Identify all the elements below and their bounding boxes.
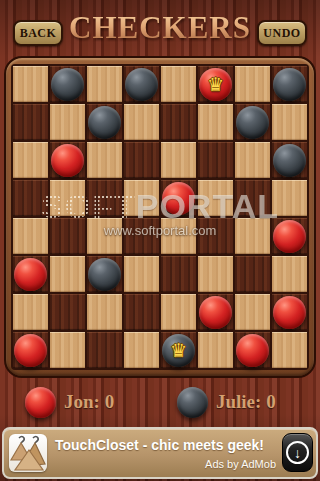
board-square[interactable] <box>124 104 159 140</box>
board-square[interactable] <box>124 142 159 178</box>
dark-checker[interactable] <box>236 106 269 139</box>
clothes-hangers-icon <box>9 434 47 472</box>
dark-checker[interactable] <box>51 68 84 101</box>
ad-banner[interactable]: TouchCloset - chic meets geek! Ads by Ad… <box>2 427 318 479</box>
board-square[interactable] <box>198 180 233 216</box>
board-square[interactable] <box>87 104 122 140</box>
board-square[interactable] <box>87 294 122 330</box>
board-square[interactable] <box>161 142 196 178</box>
top-bar: CHECKERS BACK UNDO <box>0 0 320 56</box>
red-checker[interactable] <box>236 334 269 367</box>
board-square[interactable] <box>161 104 196 140</box>
board-square[interactable] <box>235 218 270 254</box>
board-square[interactable] <box>161 294 196 330</box>
board-square[interactable] <box>13 256 48 292</box>
dark-checker[interactable] <box>88 258 121 291</box>
board-square[interactable] <box>50 218 85 254</box>
undo-button[interactable]: UNDO <box>257 20 307 46</box>
board-square[interactable] <box>50 180 85 216</box>
board-square[interactable] <box>50 142 85 178</box>
ad-attribution: Ads by AdMob <box>205 458 276 470</box>
board-square[interactable] <box>124 294 159 330</box>
board-square[interactable] <box>87 142 122 178</box>
red-checker[interactable] <box>51 144 84 177</box>
red-checker[interactable] <box>273 220 306 253</box>
red-checker[interactable] <box>273 296 306 329</box>
board-square[interactable] <box>272 294 307 330</box>
board-frame: ♛♛ <box>4 56 316 378</box>
board-square[interactable] <box>272 218 307 254</box>
red-checker[interactable] <box>14 258 47 291</box>
board-square[interactable] <box>198 332 233 368</box>
king-crown-icon: ♛ <box>207 75 224 94</box>
board-square[interactable] <box>13 218 48 254</box>
board-square[interactable] <box>272 104 307 140</box>
score-red-checker <box>25 387 56 418</box>
board-square[interactable] <box>272 256 307 292</box>
board-square[interactable] <box>235 142 270 178</box>
board-square[interactable] <box>87 66 122 102</box>
board-square[interactable] <box>87 332 122 368</box>
board-square[interactable]: ♛ <box>198 66 233 102</box>
board-square[interactable] <box>124 256 159 292</box>
board-square[interactable] <box>198 104 233 140</box>
board-square[interactable] <box>124 66 159 102</box>
board-square[interactable] <box>124 218 159 254</box>
board-square[interactable]: ♛ <box>161 332 196 368</box>
dark-checker[interactable] <box>273 144 306 177</box>
ad-title[interactable]: TouchCloset - chic meets geek! <box>55 437 270 453</box>
board-square[interactable] <box>272 142 307 178</box>
board-square[interactable] <box>50 256 85 292</box>
board-square[interactable] <box>13 104 48 140</box>
board-square[interactable] <box>13 332 48 368</box>
board-square[interactable] <box>235 332 270 368</box>
board-square[interactable] <box>50 104 85 140</box>
board-square[interactable] <box>161 180 196 216</box>
board-square[interactable] <box>161 218 196 254</box>
board-square[interactable] <box>198 256 233 292</box>
board-square[interactable] <box>161 256 196 292</box>
king-crown-icon: ♛ <box>170 341 187 360</box>
board-square[interactable] <box>198 142 233 178</box>
board-square[interactable] <box>13 142 48 178</box>
download-arrow-icon: ↓ <box>286 441 309 464</box>
red-checker[interactable] <box>14 334 47 367</box>
board-square[interactable] <box>235 256 270 292</box>
board-square[interactable] <box>50 66 85 102</box>
board-square[interactable] <box>13 66 48 102</box>
board-square[interactable] <box>87 218 122 254</box>
board-square[interactable] <box>235 180 270 216</box>
board-square[interactable] <box>235 104 270 140</box>
board-square[interactable] <box>272 66 307 102</box>
score-bar: Jon: 0 Julie: 0 <box>0 382 320 426</box>
red-checker-king[interactable]: ♛ <box>199 68 232 101</box>
board-square[interactable] <box>50 332 85 368</box>
dark-checker[interactable] <box>125 68 158 101</box>
board-square[interactable] <box>124 180 159 216</box>
player2-score: Julie: 0 <box>216 391 276 413</box>
board-square[interactable] <box>235 294 270 330</box>
dark-checker[interactable] <box>88 106 121 139</box>
board-square[interactable] <box>13 180 48 216</box>
board-square[interactable] <box>87 180 122 216</box>
board-square[interactable] <box>13 294 48 330</box>
board-grid: ♛♛ <box>11 64 309 370</box>
dark-checker-king[interactable]: ♛ <box>162 334 195 367</box>
board-square[interactable] <box>87 256 122 292</box>
board-square[interactable] <box>272 180 307 216</box>
red-checker[interactable] <box>199 296 232 329</box>
score-dark-checker <box>177 387 208 418</box>
board-square[interactable] <box>235 66 270 102</box>
board-square[interactable] <box>124 332 159 368</box>
back-button[interactable]: BACK <box>13 20 63 46</box>
board-square[interactable] <box>161 66 196 102</box>
player1-score: Jon: 0 <box>64 391 114 413</box>
dark-checker[interactable] <box>273 68 306 101</box>
red-checker[interactable] <box>162 182 195 215</box>
board-square[interactable] <box>198 218 233 254</box>
board-square[interactable] <box>272 332 307 368</box>
board-square[interactable] <box>50 294 85 330</box>
board-square[interactable] <box>198 294 233 330</box>
download-button[interactable]: ↓ <box>282 433 313 472</box>
